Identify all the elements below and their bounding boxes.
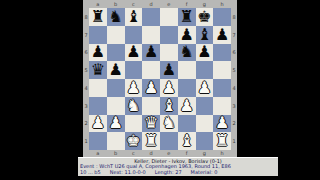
coordinate-label: f: [178, 149, 196, 157]
board-grid: ♜♞♝♜♚♟♝♟♟♟♟♞♟♛♟♟♟♟♟♟♞♝♟♟♟♛♞♟♚♜♝♜: [89, 8, 231, 150]
square-g7: ♝: [196, 26, 214, 44]
black-pawn-g6: ♟: [197, 44, 211, 60]
black-pawn-c6: ♟: [126, 44, 140, 60]
square-g6: ♟: [196, 44, 214, 62]
square-g5: [196, 61, 214, 79]
square-a7: [89, 26, 107, 44]
black-queen-a5: ♛: [91, 62, 105, 78]
square-h6: [213, 44, 231, 62]
coordinate-label: b: [107, 0, 125, 8]
square-b3: [107, 97, 125, 115]
black-pawn-f7: ♟: [179, 26, 193, 42]
square-c3: ♞: [125, 97, 143, 115]
square-f5: [178, 61, 196, 79]
white-pawn-d4: ♟: [144, 79, 158, 95]
black-bishop-c8: ♝: [126, 8, 140, 24]
square-h4: [213, 79, 231, 97]
coordinate-label: d: [142, 149, 160, 157]
square-d6: ♟: [142, 44, 160, 62]
coordinate-label: 4: [231, 79, 237, 97]
coordinate-label: 6: [231, 44, 237, 62]
black-rook-a8: ♜: [91, 8, 105, 24]
white-knight-e2: ♞: [162, 115, 176, 131]
coordinate-label: 1: [231, 132, 237, 150]
current-move: 10 ... b5: [80, 169, 101, 175]
black-king-g8: ♚: [197, 8, 211, 24]
black-pawn-b5: ♟: [108, 62, 122, 78]
square-b1: [107, 132, 125, 150]
material-balance: Material: 0: [191, 169, 218, 175]
square-c1: ♚: [125, 132, 143, 150]
square-a4: [89, 79, 107, 97]
square-c2: [125, 115, 143, 133]
coordinate-label: c: [125, 149, 143, 157]
chess-board: abcdefgh 87654321 ♜♞♝♜♚♟♝♟♟♟♟♞♟♛♟♟♟♟♟♟♞♝…: [83, 0, 237, 157]
white-bishop-e3: ♝: [162, 97, 176, 113]
black-knight-b8: ♞: [108, 8, 122, 24]
square-b6: [107, 44, 125, 62]
coordinate-label: d: [142, 0, 160, 8]
video-frame: abcdefgh 87654321 ♜♞♝♜♚♟♝♟♟♟♟♞♟♛♟♟♟♟♟♟♞♝…: [0, 0, 320, 180]
white-bishop-f1: ♝: [179, 133, 193, 149]
square-d4: ♟: [142, 79, 160, 97]
coordinate-label: g: [196, 149, 214, 157]
square-f4: [178, 79, 196, 97]
white-pawn-h2: ♟: [215, 115, 229, 131]
square-e6: [160, 44, 178, 62]
square-f2: [178, 115, 196, 133]
black-pawn-e5: ♟: [162, 62, 176, 78]
coordinate-label: b: [107, 149, 125, 157]
coordinate-label: h: [213, 0, 231, 8]
square-a6: ♟: [89, 44, 107, 62]
square-d8: [142, 8, 160, 26]
square-g2: [196, 115, 214, 133]
coordinate-label: 5: [231, 61, 237, 79]
square-a3: [89, 97, 107, 115]
square-c5: [125, 61, 143, 79]
square-g4: ♟: [196, 79, 214, 97]
square-d7: [142, 26, 160, 44]
square-a8: ♜: [89, 8, 107, 26]
square-h2: ♟: [213, 115, 231, 133]
square-f7: ♟: [178, 26, 196, 44]
square-a2: ♟: [89, 115, 107, 133]
status-line: 10 ... b5 Next: 11.0-0-0 Length: 27 Mate…: [78, 169, 278, 175]
square-b7: [107, 26, 125, 44]
square-e5: ♟: [160, 61, 178, 79]
square-e1: [160, 132, 178, 150]
square-c7: [125, 26, 143, 44]
rank-labels-right: 87654321: [231, 8, 237, 150]
black-pawn-h7: ♟: [215, 26, 229, 42]
game-length: Length: 27: [155, 169, 182, 175]
square-g1: [196, 132, 214, 150]
black-knight-f6: ♞: [179, 44, 193, 60]
square-g3: [196, 97, 214, 115]
black-bishop-g7: ♝: [197, 26, 211, 42]
white-rook-d1: ♜: [144, 133, 158, 149]
next-move: Next: 11.0-0-0: [110, 169, 146, 175]
coordinate-label: 3: [231, 97, 237, 115]
coordinate-label: 8: [231, 8, 237, 26]
square-h7: ♟: [213, 26, 231, 44]
square-a5: ♛: [89, 61, 107, 79]
white-pawn-b2: ♟: [108, 115, 122, 131]
square-b4: [107, 79, 125, 97]
coordinate-label: e: [160, 149, 178, 157]
square-h1: ♜: [213, 132, 231, 150]
square-e4: ♟: [160, 79, 178, 97]
square-e7: [160, 26, 178, 44]
coordinate-label: 2: [231, 115, 237, 133]
square-b5: ♟: [107, 61, 125, 79]
black-pawn-a6: ♟: [91, 44, 105, 60]
square-e3: ♝: [160, 97, 178, 115]
square-d3: [142, 97, 160, 115]
black-rook-f8: ♜: [179, 8, 193, 24]
square-a1: [89, 132, 107, 150]
square-d2: ♛: [142, 115, 160, 133]
white-rook-h1: ♜: [215, 133, 229, 149]
white-pawn-e4: ♟: [162, 79, 176, 95]
square-b8: ♞: [107, 8, 125, 26]
coordinate-label: a: [89, 0, 107, 8]
square-g8: ♚: [196, 8, 214, 26]
square-c4: ♟: [125, 79, 143, 97]
white-pawn-c4: ♟: [126, 79, 140, 95]
square-f3: ♟: [178, 97, 196, 115]
white-queen-d2: ♛: [144, 115, 158, 131]
coordinate-label: 7: [231, 26, 237, 44]
square-e8: [160, 8, 178, 26]
square-b2: ♟: [107, 115, 125, 133]
coordinate-label: e: [160, 0, 178, 8]
coordinate-label: g: [196, 0, 214, 8]
square-f1: ♝: [178, 132, 196, 150]
white-pawn-f3: ♟: [179, 97, 193, 113]
square-c6: ♟: [125, 44, 143, 62]
square-h8: [213, 8, 231, 26]
square-d1: ♜: [142, 132, 160, 150]
coordinate-label: h: [213, 149, 231, 157]
white-pawn-g4: ♟: [197, 79, 211, 95]
game-info-panel: Keller, Dieter - Ivkov, Borislav (0-1) E…: [78, 157, 278, 176]
coordinate-label: c: [125, 0, 143, 8]
white-knight-c3: ♞: [126, 97, 140, 113]
coordinate-label: a: [89, 149, 107, 157]
square-h3: [213, 97, 231, 115]
square-e2: ♞: [160, 115, 178, 133]
coordinate-label: f: [178, 0, 196, 8]
square-f8: ♜: [178, 8, 196, 26]
file-labels-bottom: abcdefgh: [89, 149, 231, 157]
square-c8: ♝: [125, 8, 143, 26]
square-h5: [213, 61, 231, 79]
white-king-c1: ♚: [126, 133, 140, 149]
black-pawn-d6: ♟: [144, 44, 158, 60]
file-labels-top: abcdefgh: [89, 0, 231, 8]
square-f6: ♞: [178, 44, 196, 62]
square-d5: [142, 61, 160, 79]
white-pawn-a2: ♟: [91, 115, 105, 131]
